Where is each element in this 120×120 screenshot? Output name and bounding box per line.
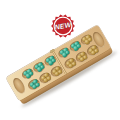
green-stone [39, 64, 45, 70]
green-stone [51, 57, 57, 63]
new-badge: NEW [51, 14, 75, 38]
green-stone [28, 70, 34, 76]
green-stone [76, 43, 82, 49]
product-photo: NEW [0, 0, 120, 120]
amber-stone [87, 36, 93, 42]
green-stone [65, 49, 71, 55]
